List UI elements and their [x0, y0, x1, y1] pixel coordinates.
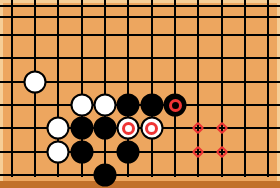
black-stone[interactable]	[117, 94, 140, 117]
grid-vline-12	[267, 0, 269, 177]
white-stone[interactable]	[94, 94, 117, 117]
board-background	[0, 0, 280, 188]
white-stone[interactable]	[47, 140, 70, 163]
black-stone[interactable]	[70, 117, 93, 140]
grid-vline-11	[244, 0, 246, 177]
circle-marker	[122, 122, 135, 135]
grid-hline-4	[0, 57, 280, 59]
go-board[interactable]	[0, 0, 280, 188]
marked-black-stone[interactable]	[164, 94, 187, 117]
marked-white-stone[interactable]	[117, 117, 140, 140]
black-stone[interactable]	[94, 117, 117, 140]
board-right-highlight	[277, 0, 280, 181]
white-stone[interactable]	[24, 70, 47, 93]
board-bottom-shadow	[0, 181, 280, 188]
grid-vline-5	[104, 0, 106, 177]
board-left-highlight	[0, 0, 3, 181]
grid-hline-9	[0, 174, 280, 176]
grid-vline-1	[11, 0, 13, 177]
white-stone[interactable]	[70, 94, 93, 117]
grid-hline-2	[0, 16, 280, 18]
black-stone[interactable]	[117, 140, 140, 163]
marked-white-stone[interactable]	[140, 117, 163, 140]
black-stone[interactable]	[94, 164, 117, 187]
grid-vline-7	[151, 0, 153, 177]
grid-hline-3	[0, 34, 280, 36]
circle-marker	[169, 99, 182, 112]
white-stone[interactable]	[47, 117, 70, 140]
black-stone[interactable]	[70, 140, 93, 163]
grid-hline-1	[0, 5, 280, 7]
circle-marker	[145, 122, 158, 135]
black-stone[interactable]	[140, 94, 163, 117]
board-top-highlight	[0, 0, 280, 3]
grid-hline-8	[0, 151, 280, 153]
grid-vline-8	[174, 0, 176, 177]
